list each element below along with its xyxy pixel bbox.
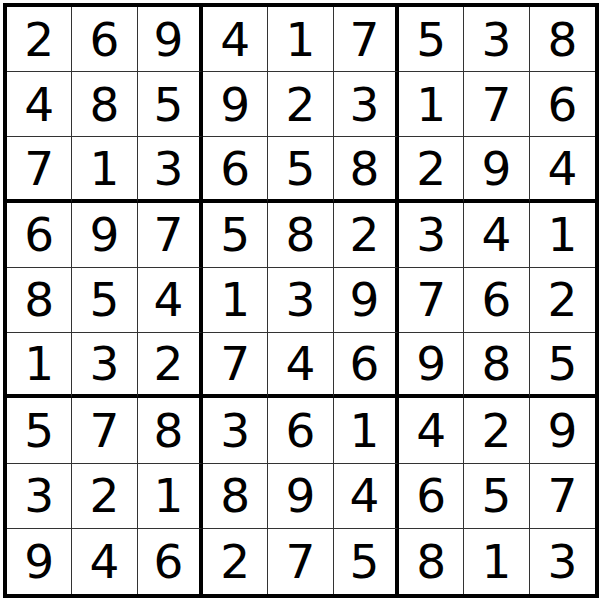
sudoku-cell-r2c7[interactable]: 1	[399, 72, 464, 137]
sudoku-cell-r6c6[interactable]: 6	[334, 333, 399, 398]
sudoku-cell-r6c8[interactable]: 8	[464, 333, 529, 398]
sudoku-cell-r8c8[interactable]: 5	[464, 464, 529, 529]
sudoku-cell-r7c5[interactable]: 6	[268, 398, 333, 463]
sudoku-cell-r6c2[interactable]: 3	[72, 333, 137, 398]
sudoku-cell-r7c7[interactable]: 4	[399, 398, 464, 463]
sudoku-cell-r7c2[interactable]: 7	[72, 398, 137, 463]
sudoku-cell-r3c3[interactable]: 3	[138, 137, 203, 202]
sudoku-cell-r3c2[interactable]: 1	[72, 137, 137, 202]
sudoku-cell-r3c9[interactable]: 4	[530, 137, 595, 202]
sudoku-cell-r5c2[interactable]: 5	[72, 268, 137, 333]
sudoku-cell-r2c8[interactable]: 7	[464, 72, 529, 137]
sudoku-cell-r9c6[interactable]: 5	[334, 529, 399, 594]
sudoku-cell-r7c9[interactable]: 9	[530, 398, 595, 463]
sudoku-board: 2694175384859231767136582946975823418541…	[3, 3, 599, 598]
sudoku-cell-r6c9[interactable]: 5	[530, 333, 595, 398]
sudoku-cell-r9c1[interactable]: 9	[7, 529, 72, 594]
sudoku-cell-r7c6[interactable]: 1	[334, 398, 399, 463]
sudoku-cell-r7c3[interactable]: 8	[138, 398, 203, 463]
sudoku-cell-r1c6[interactable]: 7	[334, 7, 399, 72]
sudoku-cell-r2c3[interactable]: 5	[138, 72, 203, 137]
sudoku-cell-r3c1[interactable]: 7	[7, 137, 72, 202]
sudoku-cell-r6c5[interactable]: 4	[268, 333, 333, 398]
sudoku-cell-r8c7[interactable]: 6	[399, 464, 464, 529]
sudoku-cell-r1c1[interactable]: 2	[7, 7, 72, 72]
sudoku-cell-r2c2[interactable]: 8	[72, 72, 137, 137]
sudoku-cell-r5c7[interactable]: 7	[399, 268, 464, 333]
sudoku-cell-r6c1[interactable]: 1	[7, 333, 72, 398]
sudoku-cell-r2c5[interactable]: 2	[268, 72, 333, 137]
sudoku-cell-r7c1[interactable]: 5	[7, 398, 72, 463]
sudoku-cell-r9c7[interactable]: 8	[399, 529, 464, 594]
sudoku-cell-r3c6[interactable]: 8	[334, 137, 399, 202]
sudoku-cell-r7c8[interactable]: 2	[464, 398, 529, 463]
sudoku-cell-r5c6[interactable]: 9	[334, 268, 399, 333]
sudoku-cell-r1c3[interactable]: 9	[138, 7, 203, 72]
sudoku-cell-r1c9[interactable]: 8	[530, 7, 595, 72]
sudoku-page: 2694175384859231767136582946975823418541…	[0, 0, 608, 598]
sudoku-cell-r8c1[interactable]: 3	[7, 464, 72, 529]
sudoku-cell-r5c9[interactable]: 2	[530, 268, 595, 333]
sudoku-cell-r1c7[interactable]: 5	[399, 7, 464, 72]
sudoku-cell-r4c7[interactable]: 3	[399, 203, 464, 268]
sudoku-cell-r1c5[interactable]: 1	[268, 7, 333, 72]
sudoku-cell-r4c9[interactable]: 1	[530, 203, 595, 268]
sudoku-cell-r4c4[interactable]: 5	[203, 203, 268, 268]
sudoku-cell-r9c9[interactable]: 3	[530, 529, 595, 594]
sudoku-cell-r5c8[interactable]: 6	[464, 268, 529, 333]
sudoku-cell-r3c5[interactable]: 5	[268, 137, 333, 202]
sudoku-cell-r5c5[interactable]: 3	[268, 268, 333, 333]
sudoku-cell-r4c2[interactable]: 9	[72, 203, 137, 268]
sudoku-cell-r5c3[interactable]: 4	[138, 268, 203, 333]
sudoku-cell-r8c5[interactable]: 9	[268, 464, 333, 529]
sudoku-cell-r8c3[interactable]: 1	[138, 464, 203, 529]
sudoku-cell-r1c4[interactable]: 4	[203, 7, 268, 72]
sudoku-cell-r8c6[interactable]: 4	[334, 464, 399, 529]
sudoku-cell-r2c1[interactable]: 4	[7, 72, 72, 137]
sudoku-cell-r1c2[interactable]: 6	[72, 7, 137, 72]
sudoku-cell-r9c2[interactable]: 4	[72, 529, 137, 594]
sudoku-cell-r2c4[interactable]: 9	[203, 72, 268, 137]
sudoku-cell-r9c5[interactable]: 7	[268, 529, 333, 594]
sudoku-cell-r3c4[interactable]: 6	[203, 137, 268, 202]
sudoku-cell-r9c4[interactable]: 2	[203, 529, 268, 594]
sudoku-cell-r4c5[interactable]: 8	[268, 203, 333, 268]
sudoku-cell-r1c8[interactable]: 3	[464, 7, 529, 72]
sudoku-cell-r4c8[interactable]: 4	[464, 203, 529, 268]
sudoku-cell-r7c4[interactable]: 3	[203, 398, 268, 463]
sudoku-cell-r9c8[interactable]: 1	[464, 529, 529, 594]
sudoku-cell-r8c9[interactable]: 7	[530, 464, 595, 529]
sudoku-cell-r8c2[interactable]: 2	[72, 464, 137, 529]
sudoku-cell-r2c6[interactable]: 3	[334, 72, 399, 137]
sudoku-cell-r6c3[interactable]: 2	[138, 333, 203, 398]
sudoku-cell-r4c3[interactable]: 7	[138, 203, 203, 268]
sudoku-cell-r8c4[interactable]: 8	[203, 464, 268, 529]
sudoku-cell-r3c8[interactable]: 9	[464, 137, 529, 202]
sudoku-cell-r5c1[interactable]: 8	[7, 268, 72, 333]
sudoku-cell-r6c7[interactable]: 9	[399, 333, 464, 398]
sudoku-cell-r4c1[interactable]: 6	[7, 203, 72, 268]
sudoku-cell-r3c7[interactable]: 2	[399, 137, 464, 202]
sudoku-cell-r9c3[interactable]: 6	[138, 529, 203, 594]
sudoku-cell-r4c6[interactable]: 2	[334, 203, 399, 268]
sudoku-cell-r5c4[interactable]: 1	[203, 268, 268, 333]
sudoku-cell-r6c4[interactable]: 7	[203, 333, 268, 398]
sudoku-cell-r2c9[interactable]: 6	[530, 72, 595, 137]
